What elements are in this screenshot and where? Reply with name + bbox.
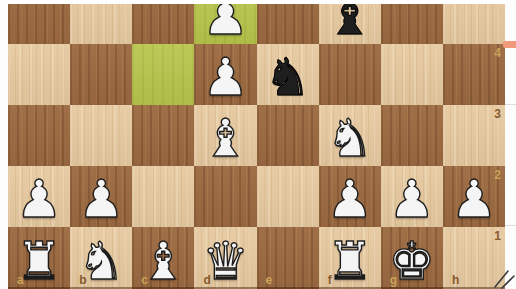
square-c3[interactable] — [132, 105, 194, 166]
page-background: 432abcdefg1h♟♝♟♞♝♞♟♟♟♟♟♜♞♝♛♜♚ — [0, 0, 516, 289]
square-h4[interactable]: 4 — [443, 44, 505, 105]
square-h5[interactable] — [443, 4, 505, 44]
piece-white-pawn-a2[interactable]: ♟ — [8, 166, 70, 227]
square-a3[interactable] — [8, 105, 70, 166]
piece-white-queen-d1[interactable]: ♛ — [194, 227, 256, 289]
square-e1[interactable]: e — [257, 227, 319, 289]
piece-white-pawn-d4[interactable]: ♟ — [194, 44, 256, 105]
piece-white-knight-f3[interactable]: ♞ — [319, 105, 381, 166]
file-label-e: e — [266, 274, 273, 286]
square-h3[interactable]: 3 — [443, 105, 505, 166]
square-e5[interactable] — [257, 4, 319, 44]
file-label-h: h — [452, 274, 459, 286]
piece-white-pawn-d5[interactable]: ♟ — [194, 4, 256, 44]
piece-white-pawn-f2[interactable]: ♟ — [319, 166, 381, 227]
piece-white-knight-b1[interactable]: ♞ — [70, 227, 132, 289]
square-a4[interactable] — [8, 44, 70, 105]
pen-scribble-icon — [493, 267, 516, 289]
piece-white-pawn-b2[interactable]: ♟ — [70, 166, 132, 227]
move-indicator-tab — [503, 41, 516, 48]
square-g4[interactable] — [381, 44, 443, 105]
square-g5[interactable] — [381, 4, 443, 44]
top-margin — [0, 0, 516, 4]
left-margin — [0, 0, 8, 289]
piece-white-bishop-d3[interactable]: ♝ — [194, 105, 256, 166]
panel-divider-line — [505, 104, 516, 105]
piece-white-pawn-g2[interactable]: ♟ — [381, 166, 443, 227]
square-b3[interactable] — [70, 105, 132, 166]
chess-board[interactable]: 432abcdefg1h♟♝♟♞♝♞♟♟♟♟♟♜♞♝♛♜♚ — [8, 4, 505, 289]
square-g3[interactable] — [381, 105, 443, 166]
piece-white-pawn-h2[interactable]: ♟ — [443, 166, 505, 227]
square-b4[interactable] — [70, 44, 132, 105]
square-e3[interactable] — [257, 105, 319, 166]
piece-white-rook-a1[interactable]: ♜ — [8, 227, 70, 289]
rank-label-1: 1 — [494, 230, 501, 242]
piece-black-knight-e4[interactable]: ♞ — [257, 44, 319, 105]
rank-label-4: 4 — [494, 47, 501, 59]
square-c2[interactable] — [132, 166, 194, 227]
rank-label-3: 3 — [494, 108, 501, 120]
square-a5[interactable] — [8, 4, 70, 44]
panel-divider-line — [505, 225, 516, 226]
square-d2[interactable] — [194, 166, 256, 227]
piece-black-bishop-f5[interactable]: ♝ — [319, 4, 381, 44]
square-f4[interactable] — [319, 44, 381, 105]
square-c4[interactable] — [132, 44, 194, 105]
piece-white-king-g1[interactable]: ♚ — [381, 227, 443, 289]
square-b5[interactable] — [70, 4, 132, 44]
piece-white-rook-f1[interactable]: ♜ — [319, 227, 381, 289]
square-e2[interactable] — [257, 166, 319, 227]
piece-white-bishop-c1[interactable]: ♝ — [132, 227, 194, 289]
square-c5[interactable] — [132, 4, 194, 44]
